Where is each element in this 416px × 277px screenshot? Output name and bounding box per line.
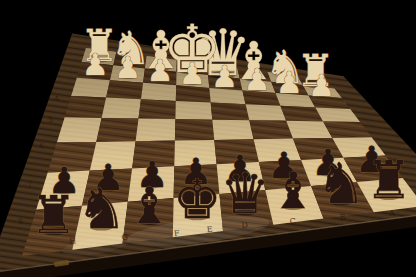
piece-black-knight-g8[interactable]: ♞ [76,176,126,241]
piece-black-rook-a8[interactable]: ♜ [365,150,412,210]
piece-white-pawn-g2[interactable]: ♟ [114,50,141,85]
piece-black-knight-b8[interactable]: ♞ [316,151,366,216]
piece-white-pawn-h2[interactable]: ♟ [82,47,109,82]
chess-board: HGFEDCBA45678 ♜♞♝♛♚♝♞♜♟♟♟♟♟♟♟♟♟♟♟♟♟♟♟♟♜♞… [0,0,416,277]
piece-black-king-e8[interactable]: ♚ [173,168,221,231]
piece-black-queen-d8[interactable]: ♛ [220,161,270,226]
piece-white-pawn-c2[interactable]: ♟ [244,62,271,97]
file-label-a: A [387,209,395,219]
piece-white-pawn-a2[interactable]: ♟ [308,68,335,103]
piece-white-pawn-b2[interactable]: ♟ [276,65,303,100]
piece-black-bishop-f8[interactable]: ♝ [127,177,172,235]
piece-black-bishop-c8[interactable]: ♝ [271,162,316,220]
piece-white-pawn-d2[interactable]: ♟ [211,59,238,94]
piece-white-pawn-e2[interactable]: ♟ [179,56,206,91]
piece-white-pawn-f2[interactable]: ♟ [147,53,174,88]
chess-photo-scene: HGFEDCBA45678 ♜♞♝♛♚♝♞♜♟♟♟♟♟♟♟♟♟♟♟♟♟♟♟♟♜♞… [0,0,416,277]
piece-black-rook-h8[interactable]: ♜ [30,185,77,245]
